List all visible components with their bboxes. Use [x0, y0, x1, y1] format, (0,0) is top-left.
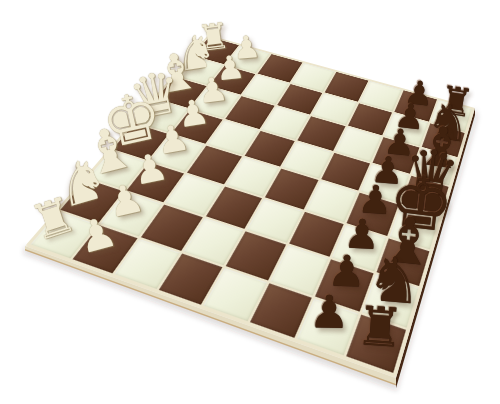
chocolate-chess-set-photo: ♜♞♝♛♚♝♞♜♟♟♟♟♟♟♟♟♟♟♟♟♟♟♟♟♜♞♝♛♚♝♞♜ [0, 0, 500, 404]
